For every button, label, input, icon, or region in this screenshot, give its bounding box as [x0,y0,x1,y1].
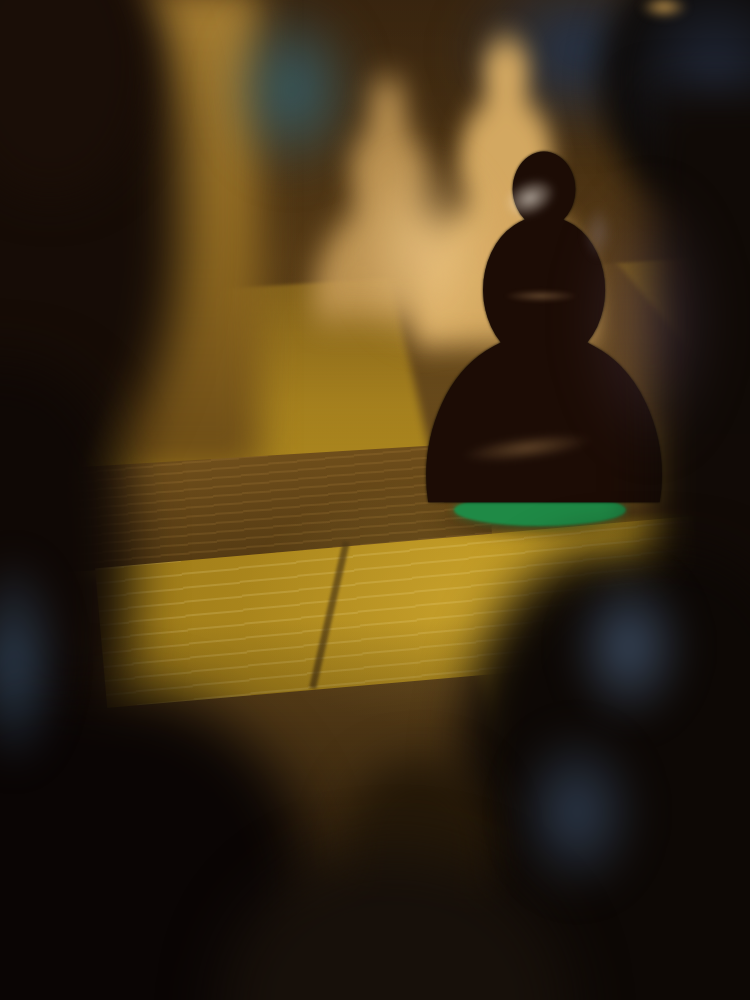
right-purple-haze [580,180,720,460]
pawn-collar-highlight [504,290,578,302]
chess-macro-photo: ♟ ♟ ♟ [0,0,750,1000]
bottom-right-blue-reflection-2 [514,728,640,896]
bottom-right-blue-reflection-1 [570,568,688,726]
